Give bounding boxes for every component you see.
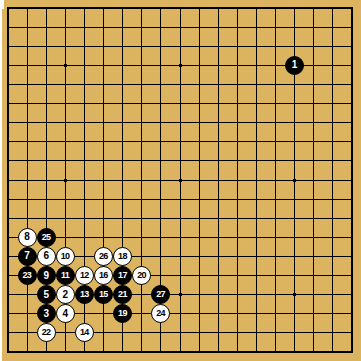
intersection-l12[interactable] [190, 132, 209, 151]
intersection-t3[interactable] [342, 304, 361, 323]
intersection-n2[interactable] [228, 323, 247, 342]
intersection-q9[interactable] [285, 190, 304, 209]
intersection-t14[interactable] [342, 94, 361, 113]
intersection-r18[interactable] [304, 18, 323, 37]
intersection-a18[interactable] [0, 18, 18, 37]
intersection-r10[interactable] [304, 170, 323, 189]
intersection-p17[interactable] [266, 37, 285, 56]
intersection-g16[interactable] [113, 56, 132, 75]
intersection-h4[interactable] [132, 285, 151, 304]
intersection-c6[interactable]: 6 [37, 247, 56, 266]
intersection-q15[interactable] [285, 75, 304, 94]
intersection-t4[interactable] [342, 285, 361, 304]
intersection-n12[interactable] [228, 132, 247, 151]
intersection-k15[interactable] [170, 75, 189, 94]
intersection-m6[interactable] [209, 247, 228, 266]
intersection-c12[interactable] [37, 132, 56, 151]
intersection-j14[interactable] [151, 94, 170, 113]
intersection-s9[interactable] [323, 190, 342, 209]
stone-black-1[interactable]: 1 [285, 56, 304, 75]
intersection-m2[interactable] [209, 323, 228, 342]
intersection-s2[interactable] [323, 323, 342, 342]
intersection-j11[interactable] [151, 151, 170, 170]
intersection-m17[interactable] [209, 37, 228, 56]
intersection-a6[interactable] [0, 247, 18, 266]
intersection-t13[interactable] [342, 113, 361, 132]
intersection-f8[interactable] [94, 209, 113, 228]
intersection-b18[interactable] [18, 18, 37, 37]
intersection-n9[interactable] [228, 190, 247, 209]
intersection-j18[interactable] [151, 18, 170, 37]
intersection-q12[interactable] [285, 132, 304, 151]
intersection-d9[interactable] [56, 190, 75, 209]
intersection-b19[interactable] [18, 0, 37, 18]
intersection-f7[interactable] [94, 228, 113, 247]
intersection-e14[interactable] [75, 94, 94, 113]
intersection-r8[interactable] [304, 209, 323, 228]
intersection-p12[interactable] [266, 132, 285, 151]
intersection-k14[interactable] [170, 94, 189, 113]
intersection-r3[interactable] [304, 304, 323, 323]
intersection-n8[interactable] [228, 209, 247, 228]
intersection-t15[interactable] [342, 75, 361, 94]
intersection-m7[interactable] [209, 228, 228, 247]
intersection-l16[interactable] [190, 56, 209, 75]
intersection-j4[interactable]: 27 [151, 285, 170, 304]
intersection-h10[interactable] [132, 170, 151, 189]
intersection-b15[interactable] [18, 75, 37, 94]
intersection-b8[interactable] [18, 209, 37, 228]
intersection-n3[interactable] [228, 304, 247, 323]
intersection-l2[interactable] [190, 323, 209, 342]
intersection-s10[interactable] [323, 170, 342, 189]
intersection-o4[interactable] [247, 285, 266, 304]
stone-black-15[interactable]: 15 [94, 285, 113, 304]
intersection-g15[interactable] [113, 75, 132, 94]
intersection-o15[interactable] [247, 75, 266, 94]
intersection-e4[interactable]: 13 [75, 285, 94, 304]
intersection-p2[interactable] [266, 323, 285, 342]
intersection-s11[interactable] [323, 151, 342, 170]
intersection-k11[interactable] [170, 151, 189, 170]
intersection-o1[interactable] [247, 342, 266, 361]
intersection-l18[interactable] [190, 18, 209, 37]
intersection-n6[interactable] [228, 247, 247, 266]
stone-white-4[interactable]: 4 [56, 304, 75, 323]
intersection-c9[interactable] [37, 190, 56, 209]
intersection-d1[interactable] [56, 342, 75, 361]
intersection-r16[interactable] [304, 56, 323, 75]
stone-white-24[interactable]: 24 [151, 304, 170, 323]
intersection-b17[interactable] [18, 37, 37, 56]
intersection-b9[interactable] [18, 190, 37, 209]
intersection-p13[interactable] [266, 113, 285, 132]
intersection-e12[interactable] [75, 132, 94, 151]
intersection-o5[interactable] [247, 266, 266, 285]
intersection-k17[interactable] [170, 37, 189, 56]
intersection-e17[interactable] [75, 37, 94, 56]
intersection-n15[interactable] [228, 75, 247, 94]
intersection-k9[interactable] [170, 190, 189, 209]
intersection-m19[interactable] [209, 0, 228, 18]
intersection-q11[interactable] [285, 151, 304, 170]
intersection-j7[interactable] [151, 228, 170, 247]
intersection-t7[interactable] [342, 228, 361, 247]
intersection-l1[interactable] [190, 342, 209, 361]
intersection-p11[interactable] [266, 151, 285, 170]
intersection-a13[interactable] [0, 113, 18, 132]
intersection-e7[interactable] [75, 228, 94, 247]
intersection-p1[interactable] [266, 342, 285, 361]
intersection-b5[interactable]: 23 [18, 266, 37, 285]
intersection-p14[interactable] [266, 94, 285, 113]
stone-white-16[interactable]: 16 [94, 266, 113, 285]
intersection-m15[interactable] [209, 75, 228, 94]
intersection-d14[interactable] [56, 94, 75, 113]
intersection-k7[interactable] [170, 228, 189, 247]
intersection-q2[interactable] [285, 323, 304, 342]
intersection-r19[interactable] [304, 0, 323, 18]
intersection-h3[interactable] [132, 304, 151, 323]
intersection-c11[interactable] [37, 151, 56, 170]
stone-black-5[interactable]: 5 [37, 285, 56, 304]
intersection-q3[interactable] [285, 304, 304, 323]
intersection-h17[interactable] [132, 37, 151, 56]
intersection-f4[interactable]: 15 [94, 285, 113, 304]
intersection-b16[interactable] [18, 56, 37, 75]
intersection-d19[interactable] [56, 0, 75, 18]
intersection-k4[interactable] [170, 285, 189, 304]
stone-white-26[interactable]: 26 [94, 247, 113, 266]
stone-black-21[interactable]: 21 [113, 285, 132, 304]
intersection-t8[interactable] [342, 209, 361, 228]
intersection-m12[interactable] [209, 132, 228, 151]
intersection-s14[interactable] [323, 94, 342, 113]
intersection-k13[interactable] [170, 113, 189, 132]
intersection-a14[interactable] [0, 94, 18, 113]
intersection-f17[interactable] [94, 37, 113, 56]
intersection-g7[interactable] [113, 228, 132, 247]
intersection-c8[interactable] [37, 209, 56, 228]
intersection-e19[interactable] [75, 0, 94, 18]
intersection-g13[interactable] [113, 113, 132, 132]
intersection-r2[interactable] [304, 323, 323, 342]
intersection-a15[interactable] [0, 75, 18, 94]
intersection-t16[interactable] [342, 56, 361, 75]
intersection-f3[interactable] [94, 304, 113, 323]
intersection-g19[interactable] [113, 0, 132, 18]
intersection-o12[interactable] [247, 132, 266, 151]
intersection-f11[interactable] [94, 151, 113, 170]
stone-black-11[interactable]: 11 [56, 266, 75, 285]
intersection-e13[interactable] [75, 113, 94, 132]
stone-black-23[interactable]: 23 [18, 266, 37, 285]
intersection-t19[interactable] [342, 0, 361, 18]
intersection-h18[interactable] [132, 18, 151, 37]
intersection-q10[interactable] [285, 170, 304, 189]
intersection-r9[interactable] [304, 190, 323, 209]
intersection-a8[interactable] [0, 209, 18, 228]
intersection-c14[interactable] [37, 94, 56, 113]
intersection-p18[interactable] [266, 18, 285, 37]
intersection-n5[interactable] [228, 266, 247, 285]
intersection-g4[interactable]: 21 [113, 285, 132, 304]
intersection-r1[interactable] [304, 342, 323, 361]
intersection-e3[interactable] [75, 304, 94, 323]
intersection-f19[interactable] [94, 0, 113, 18]
intersection-g14[interactable] [113, 94, 132, 113]
intersection-p10[interactable] [266, 170, 285, 189]
intersection-d10[interactable] [56, 170, 75, 189]
intersection-d4[interactable]: 2 [56, 285, 75, 304]
intersection-n7[interactable] [228, 228, 247, 247]
intersection-c1[interactable] [37, 342, 56, 361]
intersection-f18[interactable] [94, 18, 113, 37]
intersection-d13[interactable] [56, 113, 75, 132]
intersection-b6[interactable]: 7 [18, 247, 37, 266]
intersection-a10[interactable] [0, 170, 18, 189]
intersection-m3[interactable] [209, 304, 228, 323]
intersection-q5[interactable] [285, 266, 304, 285]
intersection-f13[interactable] [94, 113, 113, 132]
intersection-d6[interactable]: 10 [56, 247, 75, 266]
intersection-r5[interactable] [304, 266, 323, 285]
intersection-g2[interactable] [113, 323, 132, 342]
intersection-l7[interactable] [190, 228, 209, 247]
intersection-d18[interactable] [56, 18, 75, 37]
intersection-g1[interactable] [113, 342, 132, 361]
intersection-e8[interactable] [75, 209, 94, 228]
intersection-j8[interactable] [151, 209, 170, 228]
intersection-l10[interactable] [190, 170, 209, 189]
intersection-s1[interactable] [323, 342, 342, 361]
intersection-e11[interactable] [75, 151, 94, 170]
intersection-r15[interactable] [304, 75, 323, 94]
intersection-t10[interactable] [342, 170, 361, 189]
intersection-f2[interactable] [94, 323, 113, 342]
intersection-e6[interactable] [75, 247, 94, 266]
intersection-a9[interactable] [0, 190, 18, 209]
intersection-q14[interactable] [285, 94, 304, 113]
intersection-f1[interactable] [94, 342, 113, 361]
intersection-e18[interactable] [75, 18, 94, 37]
stone-black-7[interactable]: 7 [18, 247, 37, 266]
intersection-n18[interactable] [228, 18, 247, 37]
intersection-b3[interactable] [18, 304, 37, 323]
intersection-b12[interactable] [18, 132, 37, 151]
intersection-q1[interactable] [285, 342, 304, 361]
intersection-c16[interactable] [37, 56, 56, 75]
intersection-g10[interactable] [113, 170, 132, 189]
intersection-n14[interactable] [228, 94, 247, 113]
intersection-t2[interactable] [342, 323, 361, 342]
intersection-n19[interactable] [228, 0, 247, 18]
intersection-c10[interactable] [37, 170, 56, 189]
intersection-s12[interactable] [323, 132, 342, 151]
intersection-a12[interactable] [0, 132, 18, 151]
intersection-h7[interactable] [132, 228, 151, 247]
intersection-f16[interactable] [94, 56, 113, 75]
intersection-c13[interactable] [37, 113, 56, 132]
intersection-p6[interactable] [266, 247, 285, 266]
intersection-f15[interactable] [94, 75, 113, 94]
intersection-r13[interactable] [304, 113, 323, 132]
intersection-s18[interactable] [323, 18, 342, 37]
intersection-b7[interactable]: 8 [18, 228, 37, 247]
intersection-l5[interactable] [190, 266, 209, 285]
stone-white-12[interactable]: 12 [75, 266, 94, 285]
intersection-k19[interactable] [170, 0, 189, 18]
intersection-n4[interactable] [228, 285, 247, 304]
intersection-s16[interactable] [323, 56, 342, 75]
stone-black-3[interactable]: 3 [37, 304, 56, 323]
intersection-m10[interactable] [209, 170, 228, 189]
intersection-l6[interactable] [190, 247, 209, 266]
intersection-s19[interactable] [323, 0, 342, 18]
intersection-t1[interactable] [342, 342, 361, 361]
intersection-k12[interactable] [170, 132, 189, 151]
intersection-h9[interactable] [132, 190, 151, 209]
intersection-j1[interactable] [151, 342, 170, 361]
stone-black-27[interactable]: 27 [151, 285, 170, 304]
stone-white-2[interactable]: 2 [56, 285, 75, 304]
intersection-q7[interactable] [285, 228, 304, 247]
intersection-e5[interactable]: 12 [75, 266, 94, 285]
intersection-g11[interactable] [113, 151, 132, 170]
intersection-a3[interactable] [0, 304, 18, 323]
intersection-c15[interactable] [37, 75, 56, 94]
intersection-d5[interactable]: 11 [56, 266, 75, 285]
intersection-j15[interactable] [151, 75, 170, 94]
intersection-d2[interactable] [56, 323, 75, 342]
intersection-s3[interactable] [323, 304, 342, 323]
intersection-o14[interactable] [247, 94, 266, 113]
intersection-q6[interactable] [285, 247, 304, 266]
intersection-e9[interactable] [75, 190, 94, 209]
intersection-l15[interactable] [190, 75, 209, 94]
stone-black-19[interactable]: 19 [113, 304, 132, 323]
intersection-l14[interactable] [190, 94, 209, 113]
intersection-h5[interactable]: 20 [132, 266, 151, 285]
intersection-s17[interactable] [323, 37, 342, 56]
intersection-h13[interactable] [132, 113, 151, 132]
stone-white-14[interactable]: 14 [75, 323, 94, 342]
intersection-g18[interactable] [113, 18, 132, 37]
intersection-j5[interactable] [151, 266, 170, 285]
intersection-c3[interactable]: 3 [37, 304, 56, 323]
intersection-j19[interactable] [151, 0, 170, 18]
intersection-c7[interactable]: 25 [37, 228, 56, 247]
intersection-l3[interactable] [190, 304, 209, 323]
intersection-g6[interactable]: 18 [113, 247, 132, 266]
stone-black-25[interactable]: 25 [37, 228, 56, 247]
intersection-g17[interactable] [113, 37, 132, 56]
intersection-a11[interactable] [0, 151, 18, 170]
intersection-l9[interactable] [190, 190, 209, 209]
intersection-h15[interactable] [132, 75, 151, 94]
intersection-r4[interactable] [304, 285, 323, 304]
intersection-e2[interactable]: 14 [75, 323, 94, 342]
intersection-m1[interactable] [209, 342, 228, 361]
intersection-p7[interactable] [266, 228, 285, 247]
intersection-h11[interactable] [132, 151, 151, 170]
intersection-e16[interactable] [75, 56, 94, 75]
intersection-c2[interactable]: 22 [37, 323, 56, 342]
intersection-r17[interactable] [304, 37, 323, 56]
intersection-a5[interactable] [0, 266, 18, 285]
intersection-k10[interactable] [170, 170, 189, 189]
intersection-f5[interactable]: 16 [94, 266, 113, 285]
intersection-m8[interactable] [209, 209, 228, 228]
intersection-d7[interactable] [56, 228, 75, 247]
intersection-a4[interactable] [0, 285, 18, 304]
intersection-c5[interactable]: 9 [37, 266, 56, 285]
intersection-j3[interactable]: 24 [151, 304, 170, 323]
intersection-o6[interactable] [247, 247, 266, 266]
intersection-t12[interactable] [342, 132, 361, 151]
intersection-m16[interactable] [209, 56, 228, 75]
intersection-g12[interactable] [113, 132, 132, 151]
intersection-k6[interactable] [170, 247, 189, 266]
intersection-q4[interactable] [285, 285, 304, 304]
intersection-d15[interactable] [56, 75, 75, 94]
stone-white-8[interactable]: 8 [18, 228, 37, 247]
intersection-m4[interactable] [209, 285, 228, 304]
intersection-b11[interactable] [18, 151, 37, 170]
intersection-l8[interactable] [190, 209, 209, 228]
intersection-d8[interactable] [56, 209, 75, 228]
intersection-d16[interactable] [56, 56, 75, 75]
stone-white-20[interactable]: 20 [132, 266, 151, 285]
intersection-r11[interactable] [304, 151, 323, 170]
intersection-b13[interactable] [18, 113, 37, 132]
intersection-n11[interactable] [228, 151, 247, 170]
intersection-a7[interactable] [0, 228, 18, 247]
intersection-h2[interactable] [132, 323, 151, 342]
intersection-d11[interactable] [56, 151, 75, 170]
intersection-r14[interactable] [304, 94, 323, 113]
intersection-s8[interactable] [323, 209, 342, 228]
intersection-j16[interactable] [151, 56, 170, 75]
intersection-t18[interactable] [342, 18, 361, 37]
intersection-p16[interactable] [266, 56, 285, 75]
intersection-f6[interactable]: 26 [94, 247, 113, 266]
intersection-p4[interactable] [266, 285, 285, 304]
intersection-a16[interactable] [0, 56, 18, 75]
intersection-o16[interactable] [247, 56, 266, 75]
intersection-l17[interactable] [190, 37, 209, 56]
intersection-m5[interactable] [209, 266, 228, 285]
intersection-k3[interactable] [170, 304, 189, 323]
intersection-l11[interactable] [190, 151, 209, 170]
intersection-a1[interactable] [0, 342, 18, 361]
intersection-n16[interactable] [228, 56, 247, 75]
intersection-h1[interactable] [132, 342, 151, 361]
intersection-t9[interactable] [342, 190, 361, 209]
intersection-j9[interactable] [151, 190, 170, 209]
intersection-h6[interactable] [132, 247, 151, 266]
intersection-d17[interactable] [56, 37, 75, 56]
intersection-k8[interactable] [170, 209, 189, 228]
intersection-q16[interactable]: 1 [285, 56, 304, 75]
intersection-a2[interactable] [0, 323, 18, 342]
intersection-o3[interactable] [247, 304, 266, 323]
intersection-d12[interactable] [56, 132, 75, 151]
intersection-c4[interactable]: 5 [37, 285, 56, 304]
intersection-j17[interactable] [151, 37, 170, 56]
intersection-p5[interactable] [266, 266, 285, 285]
intersection-h8[interactable] [132, 209, 151, 228]
